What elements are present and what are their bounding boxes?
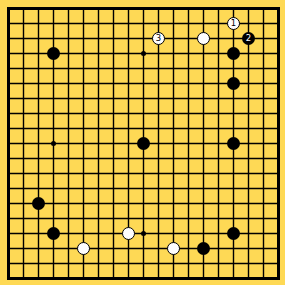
black-stone[interactable]: 2 [242,32,256,46]
board-intersections: 132 [1,1,285,285]
white-stone[interactable] [77,242,91,256]
hoshi-point [141,51,146,56]
black-stone[interactable] [227,227,241,241]
black-stone[interactable] [47,47,61,61]
white-stone[interactable] [167,242,181,256]
black-stone[interactable] [227,77,241,91]
black-stone[interactable] [227,47,241,61]
black-stone[interactable] [197,242,211,256]
black-stone[interactable] [32,197,46,211]
white-stone[interactable]: 1 [227,17,241,31]
hoshi-point [51,141,56,146]
white-stone[interactable] [122,227,136,241]
black-stone[interactable] [137,137,151,151]
move-number-label: 2 [246,34,251,43]
go-board[interactable]: 132 [0,0,285,285]
white-stone[interactable] [197,32,211,46]
white-stone[interactable]: 3 [152,32,166,46]
move-number-label: 1 [231,19,236,28]
black-stone[interactable] [227,137,241,151]
move-number-label: 3 [156,34,161,43]
black-stone[interactable] [47,227,61,241]
hoshi-point [141,231,146,236]
